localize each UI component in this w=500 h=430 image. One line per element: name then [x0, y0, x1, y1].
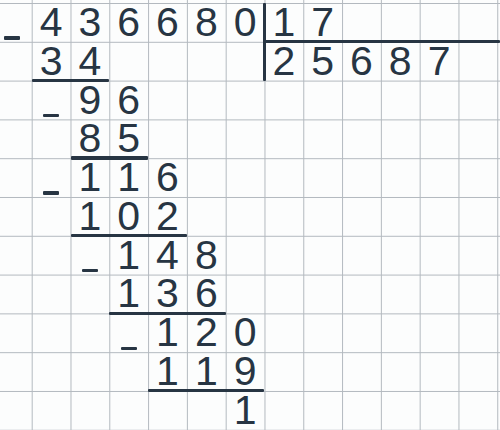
- subtraction-underline: [71, 156, 149, 159]
- minus-sign: [121, 347, 137, 350]
- minus-sign: [82, 269, 98, 272]
- long-division-worksheet: 43668017342568796851161021481361201191: [0, 0, 500, 430]
- bracket-horizontal-line: [263, 40, 500, 43]
- subtraction-underline: [148, 389, 264, 392]
- subtraction-underline: [109, 312, 225, 315]
- marks-layer: [0, 0, 500, 430]
- minus-sign: [4, 36, 20, 39]
- subtraction-underline: [71, 234, 187, 237]
- subtraction-underline: [32, 79, 110, 82]
- minus-sign: [43, 114, 59, 117]
- minus-sign: [43, 191, 59, 194]
